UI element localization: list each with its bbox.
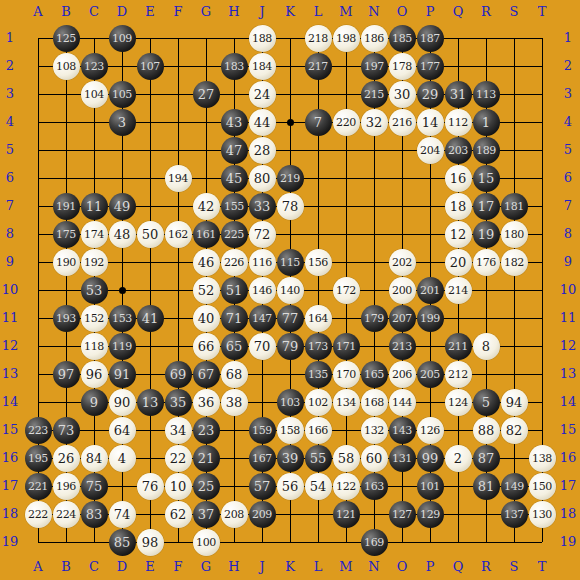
row-label: 7 — [0, 199, 20, 213]
stone-white-L14: 102 — [305, 389, 332, 416]
stone-black-Q3: 31 — [445, 81, 472, 108]
stone-black-N13: 165 — [361, 361, 388, 388]
stone-black-J7: 33 — [249, 193, 276, 220]
row-label: 19 — [558, 535, 578, 549]
stone-white-H13: 68 — [221, 361, 248, 388]
stone-white-E8: 50 — [137, 221, 164, 248]
row-label: 18 — [558, 507, 578, 521]
stone-white-M1: 198 — [333, 25, 360, 52]
stone-black-O1: 185 — [389, 25, 416, 52]
column-label: H — [224, 5, 244, 19]
stone-white-E19: 98 — [137, 529, 164, 556]
stone-white-J12: 70 — [249, 333, 276, 360]
row-label: 13 — [558, 367, 578, 381]
column-label: P — [420, 5, 440, 19]
row-label: 5 — [558, 143, 578, 157]
column-label: J — [252, 560, 272, 574]
stone-black-B11: 193 — [53, 305, 80, 332]
column-label: Q — [448, 560, 468, 574]
stone-black-R6: 15 — [473, 165, 500, 192]
stone-white-D15: 64 — [109, 417, 136, 444]
stone-white-M13: 170 — [333, 361, 360, 388]
stone-black-R3: 113 — [473, 81, 500, 108]
stone-black-F13: 69 — [165, 361, 192, 388]
stone-black-A16: 195 — [25, 445, 52, 472]
stone-black-L12: 173 — [305, 333, 332, 360]
stone-white-B2: 108 — [53, 53, 80, 80]
column-label: B — [56, 5, 76, 19]
stone-white-J1: 188 — [249, 25, 276, 52]
star-point-K4 — [287, 119, 294, 126]
stone-white-K10: 140 — [277, 277, 304, 304]
stone-white-B9: 190 — [53, 249, 80, 276]
stone-white-F6: 194 — [165, 165, 192, 192]
column-label: B — [56, 560, 76, 574]
column-label: J — [252, 5, 272, 19]
row-label: 6 — [558, 171, 578, 185]
stone-black-J16: 167 — [249, 445, 276, 472]
stone-black-P17: 101 — [417, 473, 444, 500]
stone-white-S15: 82 — [501, 417, 528, 444]
stone-white-C13: 96 — [81, 361, 108, 388]
row-label: 1 — [0, 31, 20, 45]
column-label: R — [476, 560, 496, 574]
stone-black-L16: 55 — [305, 445, 332, 472]
stone-white-D18: 74 — [109, 501, 136, 528]
stone-black-C2: 123 — [81, 53, 108, 80]
stone-black-D3: 105 — [109, 81, 136, 108]
stone-white-R15: 88 — [473, 417, 500, 444]
stone-white-J9: 116 — [249, 249, 276, 276]
stone-white-F18: 62 — [165, 501, 192, 528]
stone-black-E11: 41 — [137, 305, 164, 332]
stone-black-O12: 213 — [389, 333, 416, 360]
column-label: S — [504, 5, 524, 19]
stone-white-J2: 184 — [249, 53, 276, 80]
stone-white-O3: 30 — [389, 81, 416, 108]
stone-black-C17: 75 — [81, 473, 108, 500]
stone-black-F14: 35 — [165, 389, 192, 416]
column-label: E — [140, 5, 160, 19]
stone-black-G18: 37 — [193, 501, 220, 528]
stone-white-Q7: 18 — [445, 193, 472, 220]
stone-black-M12: 171 — [333, 333, 360, 360]
stone-black-L4: 7 — [305, 109, 332, 136]
stone-black-R17: 81 — [473, 473, 500, 500]
stone-black-L13: 135 — [305, 361, 332, 388]
column-label: K — [280, 5, 300, 19]
stone-white-O9: 202 — [389, 249, 416, 276]
stone-white-P15: 126 — [417, 417, 444, 444]
stone-white-O10: 200 — [389, 277, 416, 304]
row-label: 13 — [0, 367, 20, 381]
row-label: 9 — [558, 255, 578, 269]
go-game-record: ABCDEFGHJKLMNOPQRST ABCDEFGHJKLMNOPQRST … — [0, 0, 580, 580]
stone-black-E14: 13 — [137, 389, 164, 416]
stone-black-R8: 19 — [473, 221, 500, 248]
row-label: 3 — [0, 87, 20, 101]
stone-white-N1: 186 — [361, 25, 388, 52]
stone-white-Q16: 2 — [445, 445, 472, 472]
stone-black-G17: 25 — [193, 473, 220, 500]
stone-black-J15: 159 — [249, 417, 276, 444]
column-label: F — [168, 560, 188, 574]
stone-white-N4: 32 — [361, 109, 388, 136]
stone-black-B13: 97 — [53, 361, 80, 388]
stone-white-Q4: 112 — [445, 109, 472, 136]
column-label: D — [112, 560, 132, 574]
row-label: 4 — [0, 115, 20, 129]
stone-black-C14: 9 — [81, 389, 108, 416]
stone-white-S14: 94 — [501, 389, 528, 416]
stone-black-R14: 5 — [473, 389, 500, 416]
stone-black-C7: 11 — [81, 193, 108, 220]
stone-white-G9: 46 — [193, 249, 220, 276]
stone-black-N11: 179 — [361, 305, 388, 332]
stone-black-D12: 119 — [109, 333, 136, 360]
stone-black-P1: 187 — [417, 25, 444, 52]
stone-black-J18: 209 — [249, 501, 276, 528]
stone-white-A18: 222 — [25, 501, 52, 528]
stone-white-L9: 156 — [305, 249, 332, 276]
row-label: 16 — [0, 451, 20, 465]
stone-black-H10: 51 — [221, 277, 248, 304]
column-label: A — [28, 560, 48, 574]
stone-black-S17: 149 — [501, 473, 528, 500]
row-label: 16 — [558, 451, 578, 465]
row-label: 2 — [558, 59, 578, 73]
stone-black-G3: 27 — [193, 81, 220, 108]
stone-white-M17: 122 — [333, 473, 360, 500]
stone-white-S8: 180 — [501, 221, 528, 248]
stone-black-K12: 79 — [277, 333, 304, 360]
stone-white-M10: 172 — [333, 277, 360, 304]
column-label: C — [84, 560, 104, 574]
column-label: E — [140, 560, 160, 574]
stone-white-J6: 80 — [249, 165, 276, 192]
column-label: M — [336, 560, 356, 574]
stone-white-M14: 134 — [333, 389, 360, 416]
stone-white-S9: 182 — [501, 249, 528, 276]
stone-white-G12: 66 — [193, 333, 220, 360]
stone-white-G7: 42 — [193, 193, 220, 220]
stone-white-K7: 78 — [277, 193, 304, 220]
row-label: 10 — [558, 283, 578, 297]
stone-white-R9: 176 — [473, 249, 500, 276]
stone-black-Q12: 211 — [445, 333, 472, 360]
stone-black-K14: 103 — [277, 389, 304, 416]
column-label: P — [420, 560, 440, 574]
stone-white-C16: 84 — [81, 445, 108, 472]
row-label: 5 — [0, 143, 20, 157]
stone-white-B16: 26 — [53, 445, 80, 472]
row-label: 17 — [558, 479, 578, 493]
stone-white-M16: 58 — [333, 445, 360, 472]
stone-black-Q5: 203 — [445, 137, 472, 164]
stone-white-C12: 118 — [81, 333, 108, 360]
row-label: 3 — [558, 87, 578, 101]
stone-black-D1: 109 — [109, 25, 136, 52]
stone-white-D14: 90 — [109, 389, 136, 416]
row-label: 7 — [558, 199, 578, 213]
stone-white-J3: 24 — [249, 81, 276, 108]
row-label: 10 — [0, 283, 20, 297]
column-label: C — [84, 5, 104, 19]
row-label: 9 — [0, 255, 20, 269]
stone-white-G14: 36 — [193, 389, 220, 416]
stone-black-S18: 137 — [501, 501, 528, 528]
stone-white-L11: 164 — [305, 305, 332, 332]
stone-black-D13: 91 — [109, 361, 136, 388]
stone-white-C11: 152 — [81, 305, 108, 332]
stone-white-N14: 168 — [361, 389, 388, 416]
stone-white-T17: 150 — [529, 473, 556, 500]
row-label: 2 — [0, 59, 20, 73]
stone-black-H12: 65 — [221, 333, 248, 360]
star-point-D10 — [119, 287, 126, 294]
row-label: 14 — [558, 395, 578, 409]
stone-black-G8: 161 — [193, 221, 220, 248]
row-label: 15 — [558, 423, 578, 437]
column-label: K — [280, 560, 300, 574]
stone-white-K17: 56 — [277, 473, 304, 500]
stone-white-T16: 138 — [529, 445, 556, 472]
stone-black-D7: 49 — [109, 193, 136, 220]
stone-white-Q10: 214 — [445, 277, 472, 304]
stone-black-O18: 127 — [389, 501, 416, 528]
stone-black-R16: 87 — [473, 445, 500, 472]
column-label: Q — [448, 5, 468, 19]
column-label: N — [364, 5, 384, 19]
stone-white-O2: 178 — [389, 53, 416, 80]
stone-black-D11: 153 — [109, 305, 136, 332]
stone-black-K9: 115 — [277, 249, 304, 276]
column-label: O — [392, 560, 412, 574]
column-label: G — [196, 5, 216, 19]
stone-white-C8: 174 — [81, 221, 108, 248]
stone-white-D16: 4 — [109, 445, 136, 472]
stone-white-J4: 44 — [249, 109, 276, 136]
row-label: 12 — [0, 339, 20, 353]
stone-black-G15: 23 — [193, 417, 220, 444]
stone-black-M18: 121 — [333, 501, 360, 528]
stone-black-P2: 177 — [417, 53, 444, 80]
stone-black-N3: 215 — [361, 81, 388, 108]
stone-black-B15: 73 — [53, 417, 80, 444]
stone-black-P13: 205 — [417, 361, 444, 388]
stone-white-P5: 204 — [417, 137, 444, 164]
stone-white-C9: 192 — [81, 249, 108, 276]
stone-black-B7: 191 — [53, 193, 80, 220]
stone-black-G16: 21 — [193, 445, 220, 472]
stone-black-E2: 107 — [137, 53, 164, 80]
go-board[interactable]: 1251091882181981861851871081231071831842… — [24, 24, 556, 556]
column-label: A — [28, 5, 48, 19]
stone-white-B18: 224 — [53, 501, 80, 528]
stone-white-L1: 218 — [305, 25, 332, 52]
column-label: G — [196, 560, 216, 574]
stone-black-H4: 43 — [221, 109, 248, 136]
stone-black-H2: 183 — [221, 53, 248, 80]
column-label: R — [476, 5, 496, 19]
stone-black-K11: 77 — [277, 305, 304, 332]
stone-black-S7: 181 — [501, 193, 528, 220]
stone-white-C3: 104 — [81, 81, 108, 108]
stone-white-R12: 8 — [473, 333, 500, 360]
column-label: T — [532, 5, 552, 19]
stone-black-H7: 155 — [221, 193, 248, 220]
stone-white-N15: 132 — [361, 417, 388, 444]
stone-white-M4: 220 — [333, 109, 360, 136]
stone-black-P16: 99 — [417, 445, 444, 472]
stone-black-J11: 147 — [249, 305, 276, 332]
row-label: 11 — [558, 311, 578, 325]
stone-black-H5: 47 — [221, 137, 248, 164]
stone-black-B8: 175 — [53, 221, 80, 248]
stone-white-D8: 48 — [109, 221, 136, 248]
stone-white-Q14: 124 — [445, 389, 472, 416]
stone-black-N19: 169 — [361, 529, 388, 556]
row-label: 1 — [558, 31, 578, 45]
stone-black-D19: 85 — [109, 529, 136, 556]
stone-white-H9: 226 — [221, 249, 248, 276]
stone-black-P10: 201 — [417, 277, 444, 304]
stone-black-O15: 143 — [389, 417, 416, 444]
stone-white-J10: 146 — [249, 277, 276, 304]
stone-white-P4: 14 — [417, 109, 444, 136]
stone-white-T18: 130 — [529, 501, 556, 528]
stone-black-A17: 221 — [25, 473, 52, 500]
stone-white-F17: 10 — [165, 473, 192, 500]
stone-black-R5: 189 — [473, 137, 500, 164]
stone-black-R4: 1 — [473, 109, 500, 136]
column-label: T — [532, 560, 552, 574]
stone-black-K16: 39 — [277, 445, 304, 472]
column-label: N — [364, 560, 384, 574]
column-label: M — [336, 5, 356, 19]
row-label: 14 — [0, 395, 20, 409]
stone-white-O13: 206 — [389, 361, 416, 388]
stone-black-J17: 57 — [249, 473, 276, 500]
stone-white-K15: 158 — [277, 417, 304, 444]
stone-black-P3: 29 — [417, 81, 444, 108]
stone-black-O16: 131 — [389, 445, 416, 472]
stone-white-J5: 28 — [249, 137, 276, 164]
stone-white-Q13: 212 — [445, 361, 472, 388]
stone-black-H8: 225 — [221, 221, 248, 248]
stone-white-F15: 34 — [165, 417, 192, 444]
stone-black-P11: 199 — [417, 305, 444, 332]
column-label: O — [392, 5, 412, 19]
row-label: 8 — [558, 227, 578, 241]
column-label: D — [112, 5, 132, 19]
row-label: 19 — [0, 535, 20, 549]
stone-white-J8: 72 — [249, 221, 276, 248]
stone-black-G13: 67 — [193, 361, 220, 388]
stone-white-F16: 22 — [165, 445, 192, 472]
stone-black-C10: 53 — [81, 277, 108, 304]
column-label: H — [224, 560, 244, 574]
column-label: S — [504, 560, 524, 574]
stone-white-E17: 76 — [137, 473, 164, 500]
stone-black-N2: 197 — [361, 53, 388, 80]
stone-white-F8: 162 — [165, 221, 192, 248]
row-label: 18 — [0, 507, 20, 521]
stone-white-G11: 40 — [193, 305, 220, 332]
column-label: L — [308, 5, 328, 19]
stone-white-Q9: 20 — [445, 249, 472, 276]
row-label: 12 — [558, 339, 578, 353]
stone-black-H6: 45 — [221, 165, 248, 192]
row-label: 11 — [0, 311, 20, 325]
row-label: 6 — [0, 171, 20, 185]
stone-white-L17: 54 — [305, 473, 332, 500]
stone-white-G10: 52 — [193, 277, 220, 304]
stone-white-Q6: 16 — [445, 165, 472, 192]
stone-white-L15: 166 — [305, 417, 332, 444]
stone-white-N16: 60 — [361, 445, 388, 472]
stone-black-D4: 3 — [109, 109, 136, 136]
stone-white-H14: 38 — [221, 389, 248, 416]
stone-black-P18: 129 — [417, 501, 444, 528]
stone-black-C18: 83 — [81, 501, 108, 528]
row-label: 17 — [0, 479, 20, 493]
stone-black-K6: 219 — [277, 165, 304, 192]
stone-black-R7: 17 — [473, 193, 500, 220]
stone-white-G19: 100 — [193, 529, 220, 556]
stone-white-O4: 216 — [389, 109, 416, 136]
column-label: F — [168, 5, 188, 19]
stone-black-H11: 71 — [221, 305, 248, 332]
stone-white-O14: 144 — [389, 389, 416, 416]
stone-black-B1: 125 — [53, 25, 80, 52]
column-label: L — [308, 560, 328, 574]
row-label: 8 — [0, 227, 20, 241]
stone-white-Q8: 12 — [445, 221, 472, 248]
stone-black-O11: 207 — [389, 305, 416, 332]
stone-white-H18: 208 — [221, 501, 248, 528]
stone-black-A15: 223 — [25, 417, 52, 444]
stone-black-N17: 163 — [361, 473, 388, 500]
row-label: 4 — [558, 115, 578, 129]
stone-white-B17: 196 — [53, 473, 80, 500]
row-label: 15 — [0, 423, 20, 437]
stone-black-L2: 217 — [305, 53, 332, 80]
